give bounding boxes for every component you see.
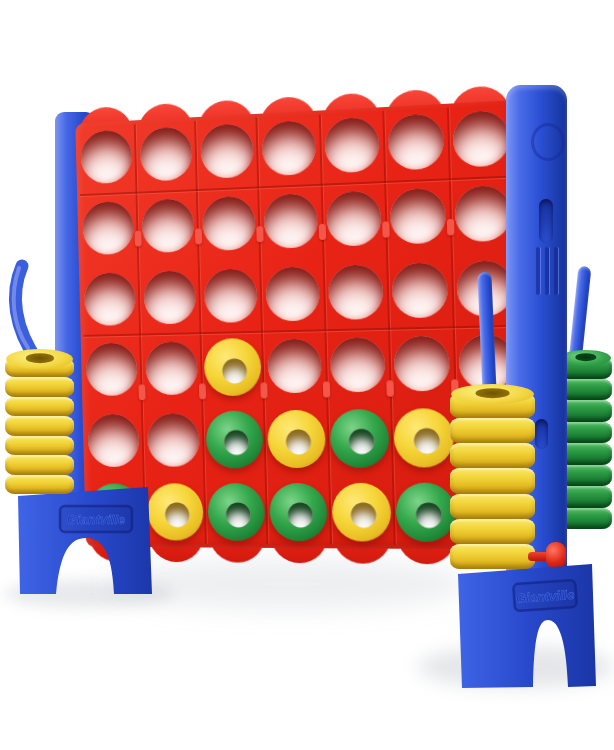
empty-hole: [82, 201, 134, 256]
disc-center-hole: [286, 430, 311, 455]
yellow-ring-stack-left: [5, 358, 74, 494]
stack-top-face: [560, 350, 611, 366]
cell-r1-c4: [257, 111, 321, 187]
cell-r3-c1: [79, 262, 140, 335]
empty-hole: [261, 120, 316, 177]
disc-center-hole: [224, 430, 249, 455]
green-disc: [395, 482, 456, 541]
cell-r5-c3: [203, 403, 267, 476]
cell-r3-c5: [323, 254, 389, 329]
empty-hole: [324, 117, 380, 174]
yellow-ring: [5, 416, 74, 435]
empty-hole: [328, 264, 384, 320]
green-disc: [207, 483, 265, 541]
empty-hole: [392, 262, 449, 318]
empty-hole: [80, 130, 132, 185]
empty-hole: [265, 266, 320, 321]
yellow-disc: [332, 482, 392, 541]
yellow-disc: [267, 410, 326, 469]
disc-center-hole: [165, 503, 190, 528]
cell-r4-c2: [140, 332, 202, 405]
cell-r2-c6: [385, 178, 452, 254]
cell-r6-c5: [329, 475, 395, 549]
yellow-ring: [5, 475, 74, 494]
yellow-ring: [5, 397, 74, 416]
cell-r2-c1: [77, 191, 138, 264]
empty-hole: [202, 196, 256, 252]
yellow-disc: [203, 338, 261, 397]
yellow-ring: [450, 494, 535, 519]
cell-r5-c6: [391, 400, 458, 475]
cell-r2-c4: [259, 183, 323, 258]
empty-hole: [204, 268, 258, 323]
yellow-ring: [5, 436, 74, 455]
cell-r1-c5: [319, 107, 385, 183]
cell-r4-c6: [389, 326, 456, 401]
post-grooves: [536, 247, 558, 295]
empty-hole: [388, 113, 445, 171]
stack-top-face: [6, 349, 73, 369]
empty-hole: [330, 337, 386, 392]
empty-hole: [87, 414, 139, 467]
yellow-ring: [5, 377, 74, 396]
empty-hole: [453, 110, 511, 168]
yellow-ring-stack-right: [450, 393, 535, 569]
cell-r4-c3: [201, 331, 264, 404]
green-disc: [330, 409, 390, 468]
cell-r6-c4: [266, 475, 331, 548]
green-disc: [205, 410, 263, 468]
brand-label-left: Giantville: [67, 512, 126, 527]
empty-hole: [394, 336, 451, 392]
cell-r4-c5: [325, 328, 391, 402]
cell-r3-c4: [260, 256, 325, 330]
left-foot-base: Giantville: [14, 484, 156, 602]
empty-hole: [200, 123, 254, 179]
disc-center-hole: [413, 429, 439, 455]
cell-r5-c1: [82, 405, 143, 476]
yellow-ring: [450, 519, 535, 544]
empty-hole: [141, 198, 194, 253]
post-circle-recess: [531, 123, 565, 161]
cell-r2-c2: [137, 189, 199, 263]
empty-hole: [147, 413, 200, 467]
cell-r5-c4: [264, 402, 329, 475]
cell-r1-c1: [75, 120, 136, 194]
cell-r6-c3: [204, 475, 268, 547]
empty-hole: [326, 190, 382, 246]
yellow-ring: [450, 468, 535, 493]
cell-r2-c5: [321, 181, 387, 257]
disc-center-hole: [226, 503, 251, 528]
cell-r4-c4: [262, 329, 327, 403]
stack-top-face: [451, 384, 534, 404]
empty-hole: [145, 341, 198, 395]
empty-hole: [263, 193, 318, 249]
ground-shadow-board: [110, 558, 470, 610]
stack-rod-hole: [475, 388, 510, 398]
empty-hole: [390, 188, 447, 245]
cell-r3-c2: [138, 260, 200, 333]
cell-r1-c6: [383, 104, 450, 181]
right-foot-base: Giantville: [450, 560, 600, 694]
disc-center-hole: [349, 429, 375, 454]
yellow-ring: [450, 443, 535, 468]
empty-hole: [267, 339, 322, 394]
cell-r2-c3: [197, 186, 260, 260]
post-slot-upper: [539, 199, 553, 243]
disc-center-hole: [415, 503, 441, 529]
stack-rod-hole: [25, 353, 53, 363]
empty-hole: [85, 343, 137, 397]
disc-center-hole: [222, 358, 247, 383]
empty-hole: [139, 127, 192, 183]
stack-rod-hole: [575, 354, 596, 362]
cell-r5-c5: [327, 401, 393, 475]
empty-hole: [143, 270, 196, 325]
cell-r5-c2: [142, 404, 204, 476]
yellow-ring: [5, 455, 74, 474]
disc-center-hole: [351, 503, 377, 528]
disc-center-hole: [288, 503, 314, 528]
product-photo-stage: Giantville Giantville: [0, 0, 614, 750]
cell-r3-c6: [387, 252, 454, 328]
cell-r4-c1: [81, 334, 142, 406]
cell-r3-c3: [199, 258, 262, 332]
green-disc: [269, 483, 328, 541]
empty-hole: [83, 272, 135, 326]
empty-hole: [455, 185, 513, 243]
cell-r1-c3: [195, 114, 258, 189]
post-slot-lower: [535, 419, 548, 449]
yellow-ring: [450, 418, 535, 443]
yellow-disc: [394, 408, 455, 468]
cell-r1-c2: [135, 117, 197, 191]
